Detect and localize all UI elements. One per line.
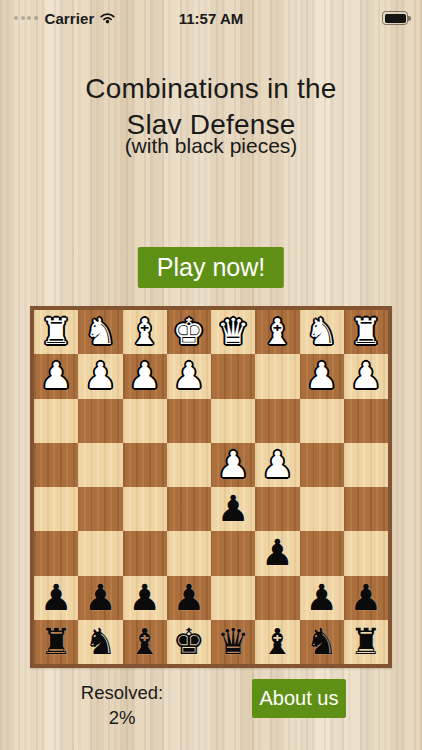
black-bishop-piece: ♝ <box>128 624 160 660</box>
black-pawn-piece: ♟ <box>350 580 382 616</box>
status-bar-left: Carrier <box>14 9 134 27</box>
square-a6 <box>344 531 388 575</box>
cellular-signal-icon <box>14 16 38 20</box>
square-e3 <box>167 399 211 443</box>
square-d3 <box>211 399 255 443</box>
about-us-button[interactable]: About us <box>252 679 346 718</box>
page-subtitle: (with black pieces) <box>0 134 422 158</box>
white-rook-piece: ♜ <box>350 314 382 350</box>
resolved-stats: Resolved: 2% <box>32 681 212 731</box>
square-h6 <box>34 531 78 575</box>
page-title: Combinations in theSlav Defense <box>0 71 422 143</box>
square-h1: ♜ <box>34 310 78 354</box>
square-h4 <box>34 443 78 487</box>
square-b6 <box>300 531 344 575</box>
square-e2: ♟ <box>167 354 211 398</box>
resolved-value: 2% <box>32 706 212 731</box>
white-pawn-piece: ♟ <box>173 358 205 394</box>
square-c8: ♝ <box>255 620 299 664</box>
white-queen-piece: ♛ <box>217 314 249 350</box>
square-d7 <box>211 576 255 620</box>
page-title-line1: Combinations in the <box>85 73 336 104</box>
black-bishop-piece: ♝ <box>261 624 293 660</box>
square-f3 <box>123 399 167 443</box>
square-f8: ♝ <box>123 620 167 664</box>
square-e6 <box>167 531 211 575</box>
status-bar: Carrier 11:57 AM <box>0 0 422 30</box>
square-g8: ♞ <box>78 620 122 664</box>
white-pawn-piece: ♟ <box>261 447 293 483</box>
square-h5 <box>34 487 78 531</box>
square-g7: ♟ <box>78 576 122 620</box>
square-d2 <box>211 354 255 398</box>
square-b2: ♟ <box>300 354 344 398</box>
black-pawn-piece: ♟ <box>217 491 249 527</box>
white-pawn-piece: ♟ <box>305 358 337 394</box>
chess-board: ♜♞♝♚♛♝♞♜♟♟♟♟♟♟♟♟♟♟♟♟♟♟♟♟♜♞♝♚♛♝♞♜ <box>30 306 392 668</box>
square-g6 <box>78 531 122 575</box>
white-bishop-piece: ♝ <box>128 314 160 350</box>
black-knight-piece: ♞ <box>84 624 116 660</box>
square-e4 <box>167 443 211 487</box>
square-c4: ♟ <box>255 443 299 487</box>
square-a8: ♜ <box>344 620 388 664</box>
black-rook-piece: ♜ <box>350 624 382 660</box>
square-e5 <box>167 487 211 531</box>
square-b7: ♟ <box>300 576 344 620</box>
square-g3 <box>78 399 122 443</box>
square-a3 <box>344 399 388 443</box>
square-c2 <box>255 354 299 398</box>
play-now-button[interactable]: Play now! <box>138 247 284 288</box>
square-h8: ♜ <box>34 620 78 664</box>
black-pawn-piece: ♟ <box>40 580 72 616</box>
resolved-label: Resolved: <box>32 681 212 706</box>
square-c7 <box>255 576 299 620</box>
square-b5 <box>300 487 344 531</box>
square-h2: ♟ <box>34 354 78 398</box>
black-pawn-piece: ♟ <box>128 580 160 616</box>
square-h7: ♟ <box>34 576 78 620</box>
square-d8: ♛ <box>211 620 255 664</box>
square-e8: ♚ <box>167 620 211 664</box>
white-pawn-piece: ♟ <box>84 358 116 394</box>
white-knight-piece: ♞ <box>84 314 116 350</box>
carrier-label: Carrier <box>45 10 95 27</box>
square-h3 <box>34 399 78 443</box>
white-bishop-piece: ♝ <box>261 314 293 350</box>
square-f4 <box>123 443 167 487</box>
white-knight-piece: ♞ <box>305 314 337 350</box>
white-pawn-piece: ♟ <box>40 358 72 394</box>
square-c5 <box>255 487 299 531</box>
wifi-icon <box>99 10 116 27</box>
app-screen: Carrier 11:57 AM Combinations in theSlav… <box>0 0 422 750</box>
white-pawn-piece: ♟ <box>350 358 382 394</box>
black-queen-piece: ♛ <box>217 624 249 660</box>
square-g5 <box>78 487 122 531</box>
square-d6 <box>211 531 255 575</box>
square-a4 <box>344 443 388 487</box>
square-f1: ♝ <box>123 310 167 354</box>
black-pawn-piece: ♟ <box>305 580 337 616</box>
square-c6: ♟ <box>255 531 299 575</box>
black-king-piece: ♚ <box>173 624 205 660</box>
square-e7: ♟ <box>167 576 211 620</box>
square-f7: ♟ <box>123 576 167 620</box>
square-b3 <box>300 399 344 443</box>
white-king-piece: ♚ <box>173 314 205 350</box>
square-g2: ♟ <box>78 354 122 398</box>
square-a5 <box>344 487 388 531</box>
black-rook-piece: ♜ <box>40 624 72 660</box>
black-pawn-piece: ♟ <box>173 580 205 616</box>
square-f5 <box>123 487 167 531</box>
square-a1: ♜ <box>344 310 388 354</box>
square-a2: ♟ <box>344 354 388 398</box>
square-g1: ♞ <box>78 310 122 354</box>
square-f2: ♟ <box>123 354 167 398</box>
square-d1: ♛ <box>211 310 255 354</box>
battery-icon <box>382 11 408 25</box>
square-d5: ♟ <box>211 487 255 531</box>
square-d4: ♟ <box>211 443 255 487</box>
square-b8: ♞ <box>300 620 344 664</box>
square-g4 <box>78 443 122 487</box>
square-b4 <box>300 443 344 487</box>
black-pawn-piece: ♟ <box>261 535 293 571</box>
black-knight-piece: ♞ <box>305 624 337 660</box>
square-e1: ♚ <box>167 310 211 354</box>
square-b1: ♞ <box>300 310 344 354</box>
square-f6 <box>123 531 167 575</box>
white-pawn-piece: ♟ <box>128 358 160 394</box>
black-pawn-piece: ♟ <box>84 580 116 616</box>
square-c3 <box>255 399 299 443</box>
status-bar-right <box>288 11 408 25</box>
square-c1: ♝ <box>255 310 299 354</box>
white-pawn-piece: ♟ <box>217 447 249 483</box>
square-a7: ♟ <box>344 576 388 620</box>
white-rook-piece: ♜ <box>40 314 72 350</box>
